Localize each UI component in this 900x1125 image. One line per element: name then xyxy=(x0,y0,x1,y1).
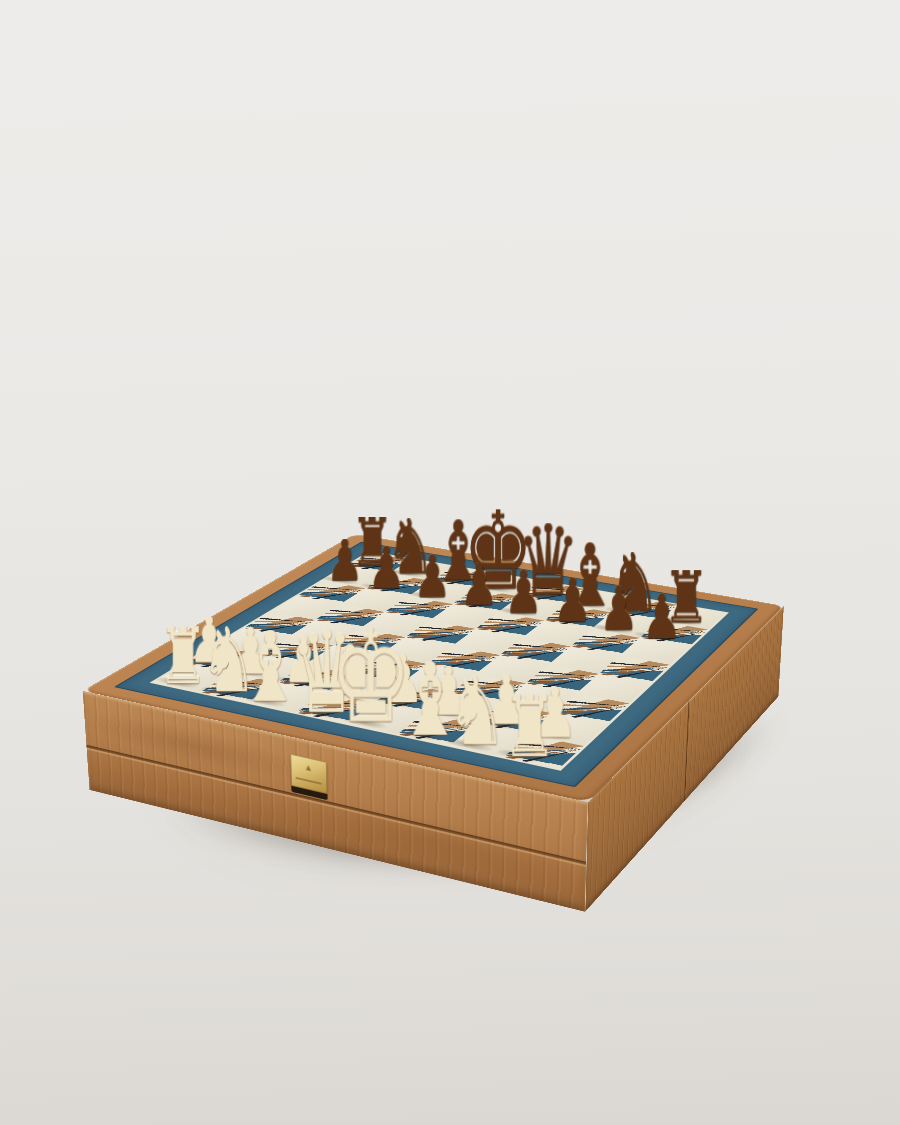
lid-seam xyxy=(684,700,690,801)
piece-white-knight: ♞ xyxy=(446,675,507,749)
piece-black-pawn: ♟ xyxy=(553,578,592,625)
piece-black-pawn: ♟ xyxy=(599,585,638,633)
piece-white-rook: ♜ xyxy=(502,694,557,760)
wooden-game-box: ♜♞♝♚♛♝♞♜♟♟♟♟♟♟♟♟♟♟♟♟♟♟♟♟♜♞♝♛♚♝♞♜ xyxy=(83,534,784,802)
piece-black-pawn: ♟ xyxy=(642,593,682,641)
piece-black-pawn: ♟ xyxy=(504,569,542,616)
piece-black-pawn: ♟ xyxy=(326,539,363,584)
piece-black-pawn: ♟ xyxy=(368,546,405,591)
piece-black-pawn: ♟ xyxy=(460,562,498,608)
scene: ♜♞♝♚♛♝♞♜♟♟♟♟♟♟♟♟♟♟♟♟♟♟♟♟♜♞♝♛♚♝♞♜ xyxy=(0,0,900,1125)
product-photo-stage: ♜♞♝♚♛♝♞♜♟♟♟♟♟♟♟♟♟♟♟♟♟♟♟♟♜♞♝♛♚♝♞♜ xyxy=(0,0,900,1125)
piece-black-pawn: ♟ xyxy=(413,554,451,600)
